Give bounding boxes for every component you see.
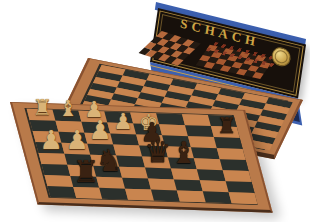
chessboard-grid: ♜♝♟♟♚♜♟♟♟♟♛♝♞♜: [24, 108, 257, 205]
board-square: [47, 186, 76, 198]
board-square: [229, 192, 258, 204]
chessboard: ♜♝♟♟♚♜♟♟♟♟♛♝♞♜: [10, 102, 273, 213]
chessboard-wood-border: ♜♝♟♟♚♜♟♟♟♟♛♝♞♜: [10, 102, 273, 213]
board-square: [151, 190, 180, 202]
chess-set-product-photo: SCHACH ♜♝♟♟♚♜♟♟♟♟♛♝♞♜: [0, 0, 310, 222]
board-square: [125, 189, 154, 201]
board-square: [99, 188, 128, 200]
board-square: [177, 190, 206, 202]
board-square: [73, 187, 102, 199]
board-square: [203, 191, 232, 203]
